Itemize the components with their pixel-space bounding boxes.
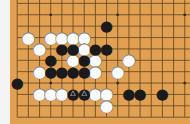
stone-black-O3: ●: [157, 89, 168, 100]
stone-white-K5: ●: [112, 66, 123, 77]
stone-black-M3: ●: [135, 89, 146, 100]
star-point-D10: [49, 13, 52, 16]
stone-white-L6: ●: [123, 55, 134, 66]
black-stone-glyph: ●: [134, 89, 147, 100]
white-stone-glyph: ●: [122, 55, 135, 66]
star-point-Q4: [183, 82, 186, 85]
stone-black-J7: ●: [101, 43, 112, 54]
stone-black-A4: ●: [12, 78, 23, 89]
black-stone-glyph: ●: [100, 21, 113, 32]
go-board[interactable]: 1110987654321●●●●●●●●●●●●●●●●●●●●●●●●●●●…: [0, 0, 190, 124]
white-stone-glyph: ●: [89, 66, 102, 77]
row-label-gutter: [0, 0, 10, 124]
star-point-K10: [116, 13, 119, 16]
stone-black-G3: ●△: [79, 89, 90, 100]
triangle-mark-G3: △: [79, 88, 90, 99]
black-stone-glyph: ●: [78, 66, 91, 77]
white-stone-glyph: ●: [111, 66, 124, 77]
white-stone-glyph: ●: [100, 100, 113, 111]
stone-white-J2: ●: [101, 100, 112, 111]
stone-white-H5: ●: [90, 66, 101, 77]
stone-black-J9: ●: [101, 21, 112, 32]
black-stone-glyph: ●: [100, 43, 113, 54]
black-stone-glyph: ●: [11, 78, 24, 89]
stone-black-G5: ●: [79, 66, 90, 77]
black-stone-glyph: ●: [156, 89, 169, 100]
star-point-Q10: [183, 13, 186, 16]
star-point-K4: [116, 82, 119, 85]
